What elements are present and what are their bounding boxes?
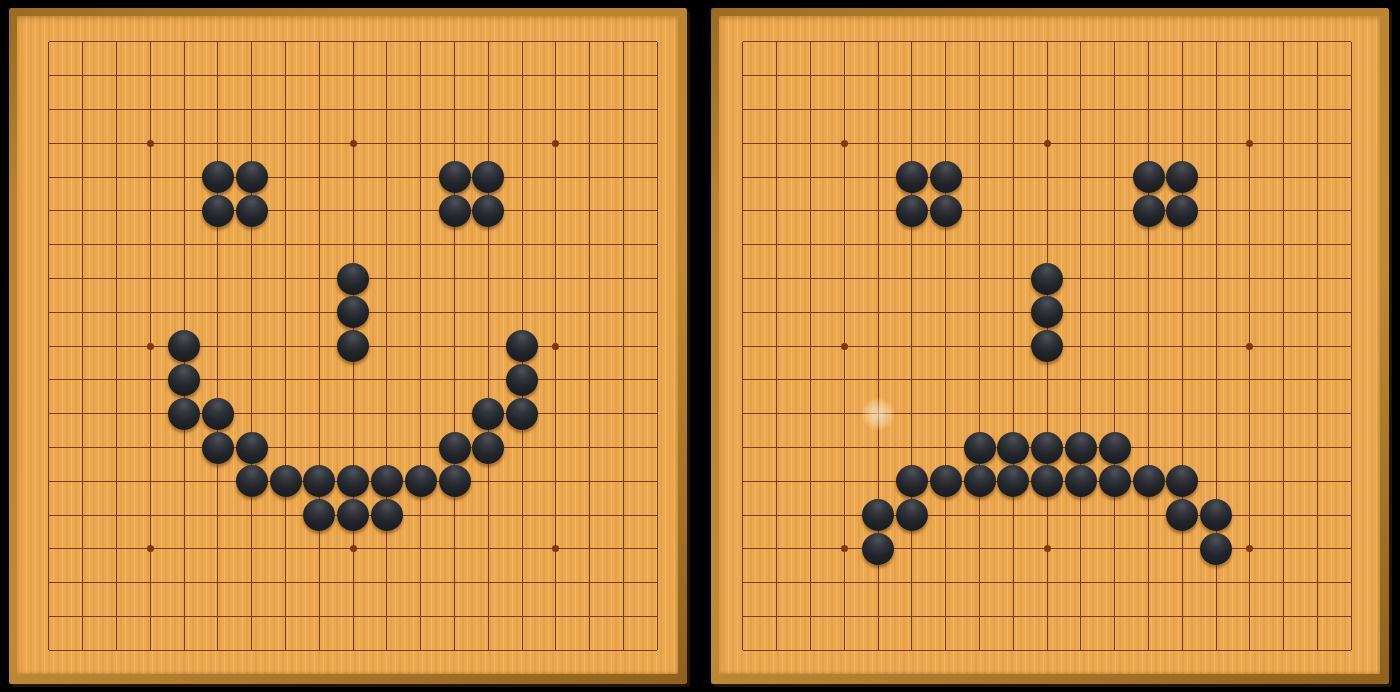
intersection-2-19[interactable] [760,633,794,667]
intersection-10-5[interactable] [1030,160,1064,194]
intersection-1-15[interactable] [32,498,66,532]
intersection-3-15[interactable] [100,498,134,532]
intersection-9-8[interactable] [996,262,1030,296]
intersection-8-6[interactable] [963,194,997,228]
intersection-4-14[interactable] [133,464,167,498]
intersection-8-1[interactable] [963,25,997,59]
intersection-3-9[interactable] [100,295,134,329]
intersection-19-19[interactable] [1334,633,1368,667]
intersection-3-16[interactable] [100,532,134,566]
intersection-12-11[interactable] [1098,363,1132,397]
intersection-3-5[interactable] [794,160,828,194]
intersection-6-18[interactable] [895,600,929,634]
intersection-15-18[interactable] [505,600,539,634]
intersection-18-15[interactable] [1301,498,1335,532]
intersection-8-18[interactable] [963,600,997,634]
intersection-6-18[interactable] [201,600,235,634]
intersection-5-7[interactable] [861,228,895,262]
intersection-14-10[interactable] [1165,329,1199,363]
intersection-7-14[interactable] [929,464,963,498]
intersection-17-16[interactable] [573,532,607,566]
intersection-18-17[interactable] [1301,566,1335,600]
intersection-9-15[interactable] [302,498,336,532]
intersection-10-6[interactable] [1030,194,1064,228]
intersection-4-2[interactable] [133,59,167,93]
intersection-19-15[interactable] [1334,498,1368,532]
intersection-8-10[interactable] [269,329,303,363]
intersection-9-14[interactable] [996,464,1030,498]
intersection-16-3[interactable] [539,93,573,127]
intersection-9-3[interactable] [996,93,1030,127]
intersection-3-3[interactable] [100,93,134,127]
intersection-11-13[interactable] [1064,431,1098,465]
intersection-9-1[interactable] [996,25,1030,59]
intersection-16-18[interactable] [1233,600,1267,634]
intersection-4-10[interactable] [133,329,167,363]
intersection-2-13[interactable] [66,431,100,465]
intersection-13-2[interactable] [438,59,472,93]
intersection-1-4[interactable] [32,126,66,160]
intersection-1-5[interactable] [726,160,760,194]
intersection-5-2[interactable] [861,59,895,93]
intersection-16-14[interactable] [539,464,573,498]
intersection-17-7[interactable] [573,228,607,262]
intersection-11-14[interactable] [1064,464,1098,498]
intersection-19-3[interactable] [1334,93,1368,127]
intersection-8-4[interactable] [269,126,303,160]
intersection-18-3[interactable] [607,93,641,127]
intersection-9-7[interactable] [996,228,1030,262]
intersection-12-15[interactable] [1098,498,1132,532]
intersection-6-14[interactable] [895,464,929,498]
intersection-16-4[interactable] [1233,126,1267,160]
intersection-4-5[interactable] [827,160,861,194]
intersection-1-8[interactable] [726,262,760,296]
intersection-19-9[interactable] [640,295,674,329]
intersection-6-9[interactable] [895,295,929,329]
intersection-4-9[interactable] [827,295,861,329]
intersection-16-19[interactable] [1233,633,1267,667]
intersection-6-15[interactable] [201,498,235,532]
intersection-11-4[interactable] [1064,126,1098,160]
intersection-12-19[interactable] [1098,633,1132,667]
intersection-10-17[interactable] [336,566,370,600]
intersection-8-2[interactable] [269,59,303,93]
intersection-8-9[interactable] [963,295,997,329]
intersection-7-11[interactable] [929,363,963,397]
intersection-13-2[interactable] [1132,59,1166,93]
intersection-2-10[interactable] [66,329,100,363]
intersection-18-6[interactable] [1301,194,1335,228]
intersection-19-1[interactable] [640,25,674,59]
intersection-12-5[interactable] [1098,160,1132,194]
intersection-16-13[interactable] [539,431,573,465]
intersection-10-5[interactable] [336,160,370,194]
intersection-7-1[interactable] [929,25,963,59]
intersection-1-8[interactable] [32,262,66,296]
intersection-19-14[interactable] [1334,464,1368,498]
intersection-12-14[interactable] [1098,464,1132,498]
intersection-4-7[interactable] [133,228,167,262]
intersection-8-8[interactable] [269,262,303,296]
intersection-5-5[interactable] [861,160,895,194]
intersection-8-11[interactable] [963,363,997,397]
intersection-8-6[interactable] [269,194,303,228]
intersection-10-15[interactable] [1030,498,1064,532]
intersection-19-6[interactable] [640,194,674,228]
intersection-6-3[interactable] [895,93,929,127]
intersection-4-18[interactable] [827,600,861,634]
intersection-15-11[interactable] [1199,363,1233,397]
intersection-7-7[interactable] [235,228,269,262]
intersection-11-7[interactable] [1064,228,1098,262]
intersection-11-18[interactable] [1064,600,1098,634]
intersection-3-13[interactable] [100,431,134,465]
intersection-7-4[interactable] [235,126,269,160]
intersection-8-4[interactable] [963,126,997,160]
intersection-1-12[interactable] [726,397,760,431]
intersection-17-1[interactable] [573,25,607,59]
intersection-5-12[interactable] [861,397,895,431]
intersection-9-17[interactable] [996,566,1030,600]
intersection-17-6[interactable] [573,194,607,228]
intersection-2-6[interactable] [66,194,100,228]
intersection-6-4[interactable] [201,126,235,160]
intersection-5-15[interactable] [167,498,201,532]
intersection-3-6[interactable] [794,194,828,228]
intersection-12-1[interactable] [404,25,438,59]
intersection-16-17[interactable] [539,566,573,600]
intersection-13-18[interactable] [438,600,472,634]
intersection-14-4[interactable] [471,126,505,160]
intersection-15-13[interactable] [1199,431,1233,465]
intersection-4-11[interactable] [133,363,167,397]
intersection-10-19[interactable] [336,633,370,667]
intersection-11-11[interactable] [1064,363,1098,397]
intersection-2-4[interactable] [760,126,794,160]
intersection-2-14[interactable] [66,464,100,498]
intersection-13-5[interactable] [1132,160,1166,194]
intersection-14-10[interactable] [471,329,505,363]
intersection-18-4[interactable] [1301,126,1335,160]
intersection-17-5[interactable] [1267,160,1301,194]
intersection-3-4[interactable] [100,126,134,160]
intersection-7-5[interactable] [235,160,269,194]
intersection-2-17[interactable] [66,566,100,600]
intersection-5-2[interactable] [167,59,201,93]
intersection-7-8[interactable] [235,262,269,296]
intersection-12-16[interactable] [1098,532,1132,566]
intersection-15-1[interactable] [505,25,539,59]
intersection-17-13[interactable] [1267,431,1301,465]
intersection-7-4[interactable] [929,126,963,160]
intersection-10-7[interactable] [1030,228,1064,262]
intersection-2-7[interactable] [66,228,100,262]
intersection-6-6[interactable] [201,194,235,228]
intersection-11-14[interactable] [370,464,404,498]
intersection-4-14[interactable] [827,464,861,498]
intersection-6-5[interactable] [201,160,235,194]
intersection-2-12[interactable] [66,397,100,431]
intersection-8-16[interactable] [963,532,997,566]
intersection-7-13[interactable] [929,431,963,465]
intersection-4-19[interactable] [133,633,167,667]
intersection-17-14[interactable] [573,464,607,498]
intersection-17-6[interactable] [1267,194,1301,228]
intersection-5-19[interactable] [167,633,201,667]
intersection-7-3[interactable] [235,93,269,127]
intersection-6-13[interactable] [201,431,235,465]
intersection-10-13[interactable] [1030,431,1064,465]
intersection-17-17[interactable] [573,566,607,600]
intersection-4-8[interactable] [827,262,861,296]
intersection-18-3[interactable] [1301,93,1335,127]
intersection-5-8[interactable] [861,262,895,296]
intersection-5-11[interactable] [167,363,201,397]
intersection-5-10[interactable] [861,329,895,363]
intersection-18-9[interactable] [607,295,641,329]
intersection-1-16[interactable] [726,532,760,566]
intersection-13-5[interactable] [438,160,472,194]
intersection-19-16[interactable] [640,532,674,566]
intersection-13-13[interactable] [438,431,472,465]
intersection-18-8[interactable] [607,262,641,296]
intersection-5-15[interactable] [861,498,895,532]
intersection-1-6[interactable] [726,194,760,228]
intersection-14-16[interactable] [471,532,505,566]
intersection-11-15[interactable] [370,498,404,532]
intersection-9-11[interactable] [996,363,1030,397]
intersection-16-8[interactable] [539,262,573,296]
intersection-9-11[interactable] [302,363,336,397]
intersection-14-19[interactable] [1165,633,1199,667]
intersection-3-2[interactable] [794,59,828,93]
intersection-12-3[interactable] [404,93,438,127]
intersection-2-12[interactable] [760,397,794,431]
intersection-6-16[interactable] [895,532,929,566]
intersection-18-13[interactable] [607,431,641,465]
intersection-18-15[interactable] [607,498,641,532]
intersection-15-17[interactable] [1199,566,1233,600]
intersection-7-5[interactable] [929,160,963,194]
intersection-6-7[interactable] [201,228,235,262]
intersection-12-12[interactable] [404,397,438,431]
intersection-15-2[interactable] [505,59,539,93]
intersection-19-16[interactable] [1334,532,1368,566]
intersection-17-8[interactable] [1267,262,1301,296]
intersection-10-13[interactable] [336,431,370,465]
intersection-3-1[interactable] [794,25,828,59]
intersection-19-4[interactable] [640,126,674,160]
intersection-19-12[interactable] [1334,397,1368,431]
intersection-12-8[interactable] [404,262,438,296]
intersection-6-11[interactable] [201,363,235,397]
intersection-5-4[interactable] [861,126,895,160]
intersection-10-16[interactable] [336,532,370,566]
intersection-9-15[interactable] [996,498,1030,532]
intersection-11-8[interactable] [1064,262,1098,296]
intersection-7-19[interactable] [235,633,269,667]
intersection-5-7[interactable] [167,228,201,262]
intersection-13-4[interactable] [438,126,472,160]
intersection-14-17[interactable] [1165,566,1199,600]
intersection-11-17[interactable] [1064,566,1098,600]
intersection-1-9[interactable] [726,295,760,329]
intersection-10-11[interactable] [1030,363,1064,397]
intersection-14-9[interactable] [471,295,505,329]
intersection-18-16[interactable] [1301,532,1335,566]
intersection-18-12[interactable] [607,397,641,431]
intersection-12-16[interactable] [404,532,438,566]
intersection-15-3[interactable] [1199,93,1233,127]
intersection-10-15[interactable] [336,498,370,532]
intersection-1-12[interactable] [32,397,66,431]
intersection-11-1[interactable] [1064,25,1098,59]
intersection-8-13[interactable] [269,431,303,465]
intersection-13-12[interactable] [1132,397,1166,431]
intersection-16-1[interactable] [1233,25,1267,59]
intersection-9-1[interactable] [302,25,336,59]
intersection-11-17[interactable] [370,566,404,600]
intersection-5-9[interactable] [861,295,895,329]
intersection-12-4[interactable] [404,126,438,160]
intersection-12-2[interactable] [404,59,438,93]
intersection-10-1[interactable] [1030,25,1064,59]
intersection-19-10[interactable] [1334,329,1368,363]
intersection-14-9[interactable] [1165,295,1199,329]
intersection-9-12[interactable] [302,397,336,431]
intersection-6-10[interactable] [895,329,929,363]
intersection-19-19[interactable] [640,633,674,667]
intersection-18-18[interactable] [607,600,641,634]
intersection-13-17[interactable] [1132,566,1166,600]
intersection-19-5[interactable] [1334,160,1368,194]
intersection-2-9[interactable] [66,295,100,329]
intersection-2-13[interactable] [760,431,794,465]
intersection-10-12[interactable] [1030,397,1064,431]
intersection-9-16[interactable] [996,532,1030,566]
intersection-1-10[interactable] [726,329,760,363]
intersection-12-6[interactable] [1098,194,1132,228]
intersection-14-14[interactable] [471,464,505,498]
intersection-16-6[interactable] [1233,194,1267,228]
intersection-8-15[interactable] [269,498,303,532]
intersection-11-5[interactable] [1064,160,1098,194]
intersection-6-19[interactable] [895,633,929,667]
intersection-14-11[interactable] [1165,363,1199,397]
intersection-13-9[interactable] [438,295,472,329]
intersection-13-10[interactable] [1132,329,1166,363]
intersection-12-7[interactable] [1098,228,1132,262]
intersection-5-17[interactable] [167,566,201,600]
intersection-9-13[interactable] [302,431,336,465]
intersection-18-8[interactable] [1301,262,1335,296]
intersection-11-3[interactable] [1064,93,1098,127]
intersection-6-1[interactable] [895,25,929,59]
intersection-6-17[interactable] [895,566,929,600]
intersection-11-19[interactable] [1064,633,1098,667]
intersection-7-17[interactable] [235,566,269,600]
intersection-3-5[interactable] [100,160,134,194]
intersection-10-1[interactable] [336,25,370,59]
intersection-17-18[interactable] [573,600,607,634]
intersection-8-15[interactable] [963,498,997,532]
intersection-15-9[interactable] [505,295,539,329]
intersection-1-19[interactable] [726,633,760,667]
intersection-13-4[interactable] [1132,126,1166,160]
intersection-16-12[interactable] [539,397,573,431]
intersection-17-18[interactable] [1267,600,1301,634]
intersection-15-15[interactable] [1199,498,1233,532]
intersection-17-14[interactable] [1267,464,1301,498]
intersection-9-5[interactable] [996,160,1030,194]
intersection-4-19[interactable] [827,633,861,667]
intersection-10-18[interactable] [1030,600,1064,634]
intersection-18-5[interactable] [1301,160,1335,194]
intersection-13-19[interactable] [438,633,472,667]
intersection-9-6[interactable] [302,194,336,228]
intersection-6-15[interactable] [895,498,929,532]
intersection-17-2[interactable] [1267,59,1301,93]
intersection-9-10[interactable] [302,329,336,363]
intersection-3-14[interactable] [100,464,134,498]
intersection-3-8[interactable] [100,262,134,296]
intersection-9-2[interactable] [996,59,1030,93]
intersection-7-8[interactable] [929,262,963,296]
intersection-6-12[interactable] [895,397,929,431]
intersection-6-3[interactable] [201,93,235,127]
intersection-11-12[interactable] [370,397,404,431]
intersection-2-3[interactable] [66,93,100,127]
intersection-14-7[interactable] [471,228,505,262]
intersection-17-11[interactable] [573,363,607,397]
intersection-14-13[interactable] [471,431,505,465]
intersection-1-13[interactable] [32,431,66,465]
intersection-12-3[interactable] [1098,93,1132,127]
intersection-16-4[interactable] [539,126,573,160]
intersection-17-8[interactable] [573,262,607,296]
intersection-5-4[interactable] [167,126,201,160]
intersection-2-8[interactable] [760,262,794,296]
intersection-1-16[interactable] [32,532,66,566]
intersection-8-16[interactable] [269,532,303,566]
intersection-15-3[interactable] [505,93,539,127]
intersection-19-17[interactable] [640,566,674,600]
intersection-6-17[interactable] [201,566,235,600]
intersection-10-18[interactable] [336,600,370,634]
intersection-16-8[interactable] [1233,262,1267,296]
intersection-3-15[interactable] [794,498,828,532]
intersection-8-5[interactable] [963,160,997,194]
intersection-1-14[interactable] [726,464,760,498]
intersection-13-7[interactable] [438,228,472,262]
intersection-15-6[interactable] [505,194,539,228]
intersection-18-11[interactable] [607,363,641,397]
intersection-18-7[interactable] [1301,228,1335,262]
intersection-8-1[interactable] [269,25,303,59]
intersection-4-3[interactable] [133,93,167,127]
intersection-7-2[interactable] [235,59,269,93]
intersection-5-6[interactable] [167,194,201,228]
intersection-14-5[interactable] [471,160,505,194]
intersection-2-15[interactable] [66,498,100,532]
intersection-19-13[interactable] [640,431,674,465]
intersection-19-12[interactable] [640,397,674,431]
intersection-3-17[interactable] [794,566,828,600]
intersection-17-15[interactable] [573,498,607,532]
intersection-7-13[interactable] [235,431,269,465]
intersection-2-18[interactable] [66,600,100,634]
